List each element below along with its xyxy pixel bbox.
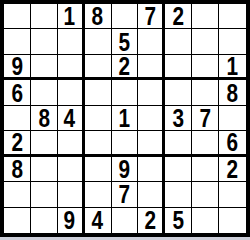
cell-r1c3[interactable]: 1 bbox=[58, 4, 85, 29]
cell-r3c5[interactable]: 2 bbox=[112, 55, 139, 80]
cell-r8c9[interactable] bbox=[219, 182, 246, 207]
cell-r8c1[interactable] bbox=[4, 182, 31, 207]
cell-r8c4[interactable] bbox=[85, 182, 112, 207]
cell-r1c2[interactable] bbox=[31, 4, 58, 29]
cell-r4c2[interactable] bbox=[31, 80, 58, 105]
cell-r6c3[interactable] bbox=[58, 131, 85, 156]
cell-r7c4[interactable] bbox=[85, 157, 112, 182]
given-digit: 4 bbox=[64, 106, 76, 131]
cell-r5c9[interactable] bbox=[219, 106, 246, 131]
cell-r2c6[interactable] bbox=[138, 29, 165, 54]
given-digit: 9 bbox=[64, 208, 76, 233]
cell-r5c1[interactable] bbox=[4, 106, 31, 131]
cell-r3c2[interactable] bbox=[31, 55, 58, 80]
given-digit: 1 bbox=[119, 106, 131, 131]
cell-r6c6[interactable] bbox=[138, 131, 165, 156]
cell-r9c3[interactable]: 9 bbox=[58, 208, 85, 233]
cell-r6c4[interactable] bbox=[85, 131, 112, 156]
cell-r8c2[interactable] bbox=[31, 182, 58, 207]
cell-r5c4[interactable] bbox=[85, 106, 112, 131]
cell-r2c8[interactable] bbox=[192, 29, 219, 54]
given-digit: 6 bbox=[11, 80, 23, 105]
cell-r7c1[interactable]: 8 bbox=[4, 157, 31, 182]
cell-r5c7[interactable]: 3 bbox=[165, 106, 192, 131]
given-digit: 2 bbox=[145, 208, 157, 233]
cell-r6c2[interactable] bbox=[31, 131, 58, 156]
cell-r3c6[interactable] bbox=[138, 55, 165, 80]
cell-r7c6[interactable] bbox=[138, 157, 165, 182]
given-digit: 3 bbox=[172, 106, 184, 131]
cell-r8c6[interactable] bbox=[138, 182, 165, 207]
cell-r3c4[interactable] bbox=[85, 55, 112, 80]
cell-r2c2[interactable] bbox=[31, 29, 58, 54]
cell-r5c8[interactable]: 7 bbox=[192, 106, 219, 131]
cell-r1c6[interactable]: 7 bbox=[138, 4, 165, 29]
cell-r5c6[interactable] bbox=[138, 106, 165, 131]
cell-r5c2[interactable]: 8 bbox=[31, 106, 58, 131]
cell-r4c3[interactable] bbox=[58, 80, 85, 105]
cell-r3c8[interactable] bbox=[192, 55, 219, 80]
given-digit: 8 bbox=[38, 106, 50, 131]
cell-r9c4[interactable]: 4 bbox=[85, 208, 112, 233]
cell-r6c7[interactable] bbox=[165, 131, 192, 156]
given-digit: 2 bbox=[227, 157, 239, 182]
sudoku-board: 1872592168841372689279425 bbox=[0, 0, 250, 237]
cell-r1c5[interactable] bbox=[112, 4, 139, 29]
cell-r4c6[interactable] bbox=[138, 80, 165, 105]
cell-r9c9[interactable] bbox=[219, 208, 246, 233]
given-digit: 9 bbox=[119, 157, 131, 182]
cell-r9c1[interactable] bbox=[4, 208, 31, 233]
cell-r2c4[interactable] bbox=[85, 29, 112, 54]
cell-r1c8[interactable] bbox=[192, 4, 219, 29]
cell-r9c6[interactable]: 2 bbox=[138, 208, 165, 233]
given-digit: 4 bbox=[92, 208, 104, 233]
cell-r8c5[interactable]: 7 bbox=[112, 182, 139, 207]
cell-r2c9[interactable] bbox=[219, 29, 246, 54]
given-digit: 1 bbox=[227, 55, 239, 79]
cell-r4c7[interactable] bbox=[165, 80, 192, 105]
given-digit: 7 bbox=[145, 4, 157, 29]
cell-r7c2[interactable] bbox=[31, 157, 58, 182]
given-digit: 6 bbox=[227, 131, 239, 155]
given-digit: 7 bbox=[119, 182, 131, 207]
cell-r4c8[interactable] bbox=[192, 80, 219, 105]
cell-r2c7[interactable] bbox=[165, 29, 192, 54]
cell-r1c9[interactable] bbox=[219, 4, 246, 29]
given-digit: 2 bbox=[119, 55, 131, 79]
given-digit: 5 bbox=[172, 208, 184, 233]
cell-r7c3[interactable] bbox=[58, 157, 85, 182]
given-digit: 1 bbox=[64, 4, 76, 29]
cell-r7c7[interactable] bbox=[165, 157, 192, 182]
cell-r8c7[interactable] bbox=[165, 182, 192, 207]
cell-r2c1[interactable] bbox=[4, 29, 31, 54]
cell-r7c8[interactable] bbox=[192, 157, 219, 182]
cell-r8c8[interactable] bbox=[192, 182, 219, 207]
given-digit: 8 bbox=[227, 80, 239, 105]
cell-r4c4[interactable] bbox=[85, 80, 112, 105]
cell-r3c3[interactable] bbox=[58, 55, 85, 80]
given-digit: 8 bbox=[92, 4, 104, 29]
cell-r7c9[interactable]: 2 bbox=[219, 157, 246, 182]
cell-r4c1[interactable]: 6 bbox=[4, 80, 31, 105]
cell-r3c9[interactable]: 1 bbox=[219, 55, 246, 80]
cell-r9c2[interactable] bbox=[31, 208, 58, 233]
given-digit: 2 bbox=[172, 4, 184, 29]
cell-r6c8[interactable] bbox=[192, 131, 219, 156]
given-digit: 7 bbox=[199, 106, 211, 131]
cell-r7c5[interactable]: 9 bbox=[112, 157, 139, 182]
given-digit: 5 bbox=[119, 29, 131, 54]
cell-r3c7[interactable] bbox=[165, 55, 192, 80]
cell-r2c3[interactable] bbox=[58, 29, 85, 54]
cell-r1c4[interactable]: 8 bbox=[85, 4, 112, 29]
given-digit: 2 bbox=[11, 131, 23, 155]
cell-r5c5[interactable]: 1 bbox=[112, 106, 139, 131]
cell-r3c1[interactable]: 9 bbox=[4, 55, 31, 80]
given-digit: 9 bbox=[11, 55, 23, 79]
cell-r2c5[interactable]: 5 bbox=[112, 29, 139, 54]
cell-r6c5[interactable] bbox=[112, 131, 139, 156]
cell-r4c5[interactable] bbox=[112, 80, 139, 105]
cell-r9c7[interactable]: 5 bbox=[165, 208, 192, 233]
cell-r4c9[interactable]: 8 bbox=[219, 80, 246, 105]
cell-r8c3[interactable] bbox=[58, 182, 85, 207]
cell-r9c8[interactable] bbox=[192, 208, 219, 233]
cell-r1c7[interactable]: 2 bbox=[165, 4, 192, 29]
cell-r1c1[interactable] bbox=[4, 4, 31, 29]
given-digit: 8 bbox=[11, 157, 23, 182]
cell-r6c9[interactable]: 6 bbox=[219, 131, 246, 156]
cell-r5c3[interactable]: 4 bbox=[58, 106, 85, 131]
cell-r9c5[interactable] bbox=[112, 208, 139, 233]
cell-r6c1[interactable]: 2 bbox=[4, 131, 31, 156]
